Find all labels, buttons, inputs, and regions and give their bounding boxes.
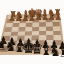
piece-black-rook[interactable]: ♜ — [59, 48, 64, 60]
piece-white-pawn[interactable]: ♟ — [55, 14, 62, 22]
chess-photo-scene: ♜♞♝♚♛♝♞♜♟♟♟♟♟♟♟♟♟♟♟♟♟♟♟♟♜♞♝♚♛♝♞♜ — [0, 0, 64, 64]
